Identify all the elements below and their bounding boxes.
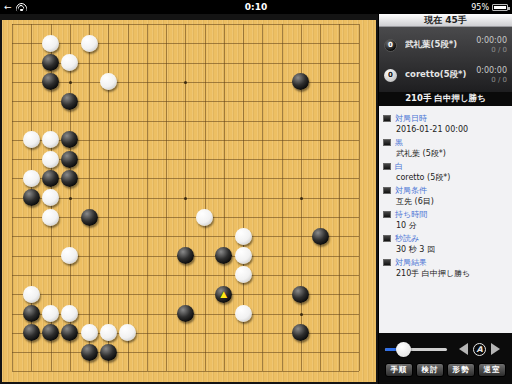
black-stone-icon: 0 bbox=[384, 39, 397, 52]
moves-button[interactable]: 手順 bbox=[385, 363, 413, 377]
info-value: 10 分 bbox=[383, 220, 508, 232]
info-label-row: 持ち時間 bbox=[383, 208, 508, 220]
black-stone bbox=[292, 73, 309, 90]
review-button[interactable]: 検討 bbox=[416, 363, 444, 377]
star-point bbox=[184, 197, 187, 200]
move-counter: 現在 45手 bbox=[379, 14, 512, 27]
white-stone bbox=[42, 305, 59, 322]
next-move-button[interactable] bbox=[491, 343, 500, 355]
move-slider[interactable] bbox=[385, 348, 447, 351]
white-stone bbox=[23, 170, 40, 187]
white-stone bbox=[42, 151, 59, 168]
white-player-row: 0 coretto(5段*) 0:00:00 0 / 0 bbox=[384, 62, 507, 88]
black-stone bbox=[61, 151, 78, 168]
grid-line bbox=[282, 24, 283, 371]
info-value: 互先 (6目) bbox=[383, 196, 508, 208]
white-player-name: coretto(5段*) bbox=[405, 69, 476, 81]
black-stone bbox=[23, 305, 40, 322]
info-value: 30 秒 3 回 bbox=[383, 244, 508, 256]
info-label: 持ち時間 bbox=[395, 209, 427, 220]
info-label: 黒 bbox=[395, 137, 403, 148]
white-stone bbox=[235, 305, 252, 322]
autoplay-button[interactable]: A bbox=[473, 343, 486, 356]
white-stone bbox=[42, 209, 59, 226]
white-stone bbox=[235, 228, 252, 245]
star-point bbox=[69, 197, 72, 200]
list-bullet-icon bbox=[383, 115, 391, 122]
black-stone bbox=[23, 324, 40, 341]
white-stone bbox=[42, 131, 59, 148]
game-info-list: 対局日時 2016-01-21 00:00 黒 武礼葉 (5段*) 白 core… bbox=[379, 106, 512, 333]
black-stone bbox=[61, 93, 78, 110]
info-value: 2016-01-21 00:00 bbox=[383, 124, 508, 136]
white-stone bbox=[23, 286, 40, 303]
list-bullet-icon bbox=[383, 163, 391, 170]
info-label: 対局結果 bbox=[395, 257, 427, 268]
black-stone bbox=[61, 170, 78, 187]
white-stone bbox=[235, 247, 252, 264]
black-stone bbox=[292, 324, 309, 341]
grid-line bbox=[12, 275, 359, 276]
grid-line bbox=[205, 24, 206, 371]
black-stone bbox=[177, 247, 194, 264]
black-stone bbox=[42, 324, 59, 341]
sidebar: 現在 45手 0 武礼葉(5段*) 0:00:00 0 / 0 0 corett… bbox=[378, 14, 512, 384]
info-label: 対局条件 bbox=[395, 185, 427, 196]
black-stone bbox=[42, 54, 59, 71]
white-stone bbox=[61, 305, 78, 322]
info-label-row: 白 bbox=[383, 160, 508, 172]
info-value: 武礼葉 (5段*) bbox=[383, 148, 508, 160]
white-time: 0:00:00 bbox=[476, 66, 507, 75]
status-bar: ← 0:10 95% bbox=[0, 0, 512, 14]
white-stone bbox=[235, 266, 252, 283]
info-value: 210手 白中押し勝ち bbox=[383, 268, 508, 280]
score-button[interactable]: 形勢 bbox=[447, 363, 475, 377]
grid-line bbox=[320, 24, 321, 371]
black-stone bbox=[177, 305, 194, 322]
grid-line bbox=[12, 217, 359, 218]
white-stone bbox=[61, 247, 78, 264]
white-stone bbox=[81, 324, 98, 341]
slider-knob[interactable] bbox=[396, 342, 411, 357]
black-stone: ▲ bbox=[215, 286, 232, 303]
info-label-row: 対局日時 bbox=[383, 112, 508, 124]
status-left-icons: ← bbox=[4, 0, 27, 14]
back-arrow-icon: ← bbox=[4, 0, 12, 14]
players-section: 0 武礼葉(5段*) 0:00:00 0 / 0 0 coretto(5段*) … bbox=[379, 27, 512, 92]
info-label: 対局日時 bbox=[395, 113, 427, 124]
battery-icon bbox=[492, 4, 508, 11]
grid-line bbox=[359, 24, 360, 371]
black-stone bbox=[42, 73, 59, 90]
white-stone bbox=[100, 73, 117, 90]
white-stone bbox=[119, 324, 136, 341]
white-stone bbox=[23, 131, 40, 148]
black-stone bbox=[100, 344, 117, 361]
white-stone-icon: 0 bbox=[384, 69, 397, 82]
exit-button[interactable]: 退室 bbox=[478, 363, 506, 377]
black-stone bbox=[61, 324, 78, 341]
white-stone bbox=[61, 54, 78, 71]
star-point bbox=[300, 313, 303, 316]
info-value: coretto (5段*) bbox=[383, 172, 508, 184]
go-board[interactable]: ▲ bbox=[2, 20, 376, 382]
grid-line bbox=[339, 24, 340, 371]
black-time: 0:00:00 bbox=[476, 36, 507, 45]
info-label-row: 秒読み bbox=[383, 232, 508, 244]
grid-line bbox=[12, 236, 359, 237]
white-periods: 0 / 0 bbox=[476, 76, 507, 84]
info-label: 秒読み bbox=[395, 233, 419, 244]
white-stone bbox=[42, 35, 59, 52]
black-stone bbox=[312, 228, 329, 245]
grid-line bbox=[224, 24, 225, 371]
white-stone bbox=[42, 189, 59, 206]
status-clock: 0:10 bbox=[0, 2, 512, 12]
grid-line bbox=[12, 352, 359, 353]
previous-move-button[interactable] bbox=[459, 343, 468, 355]
playback-controls: A 手順 検討 形勢 退室 bbox=[379, 333, 512, 384]
black-stone bbox=[42, 170, 59, 187]
white-player-clock: 0:00:00 0 / 0 bbox=[476, 66, 507, 83]
black-player-name: 武礼葉(5段*) bbox=[405, 39, 476, 51]
grid-line bbox=[12, 371, 359, 372]
star-point bbox=[300, 197, 303, 200]
list-bullet-icon bbox=[383, 235, 391, 242]
star-point bbox=[184, 81, 187, 84]
black-stone bbox=[81, 344, 98, 361]
board-panel: ▲ bbox=[0, 14, 378, 384]
list-bullet-icon bbox=[383, 139, 391, 146]
black-player-row: 0 武礼葉(5段*) 0:00:00 0 / 0 bbox=[384, 32, 507, 58]
result-banner: 210手 白中押し勝ち bbox=[379, 92, 512, 106]
black-stone bbox=[292, 286, 309, 303]
info-label-row: 対局条件 bbox=[383, 184, 508, 196]
black-stone bbox=[61, 131, 78, 148]
grid-line bbox=[262, 24, 263, 371]
battery-percent: 95% bbox=[471, 3, 489, 12]
go-app-window: ← 0:10 95% ▲ 現在 45手 0 武礼葉(5段*) 0:00:00 0… bbox=[0, 0, 512, 384]
wifi-icon bbox=[16, 3, 27, 12]
white-stone bbox=[100, 324, 117, 341]
black-periods: 0 / 0 bbox=[476, 46, 507, 54]
star-point bbox=[69, 81, 72, 84]
info-label-row: 黒 bbox=[383, 136, 508, 148]
black-player-clock: 0:00:00 0 / 0 bbox=[476, 36, 507, 53]
list-bullet-icon bbox=[383, 211, 391, 218]
info-label: 白 bbox=[395, 161, 403, 172]
white-stone bbox=[196, 209, 213, 226]
black-stone bbox=[81, 209, 98, 226]
list-bullet-icon bbox=[383, 187, 391, 194]
black-stone bbox=[215, 247, 232, 264]
white-stone bbox=[81, 35, 98, 52]
last-move-marker-icon: ▲ bbox=[215, 286, 232, 303]
info-label-row: 対局結果 bbox=[383, 256, 508, 268]
black-stone bbox=[23, 189, 40, 206]
list-bullet-icon bbox=[383, 259, 391, 266]
